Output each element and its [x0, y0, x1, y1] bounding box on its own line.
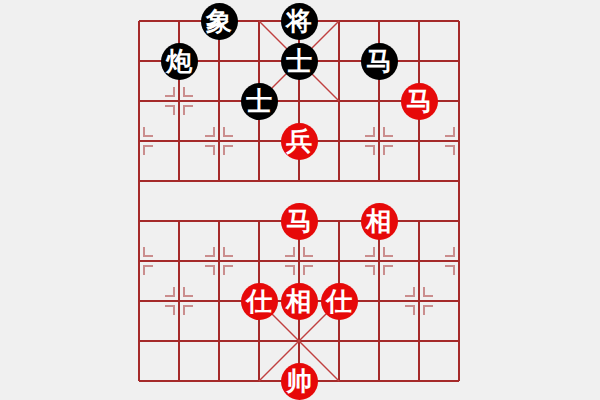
- piece-red-general[interactable]: 帅: [281, 363, 318, 400]
- piece-red-elephant[interactable]: 相: [281, 283, 318, 320]
- piece-red-elephant[interactable]: 相: [361, 203, 398, 240]
- piece-red-horse[interactable]: 马: [281, 203, 318, 240]
- piece-black-advisor[interactable]: 士: [281, 43, 318, 80]
- piece-black-elephant[interactable]: 象: [201, 3, 238, 40]
- piece-black-horse[interactable]: 马: [361, 43, 398, 80]
- piece-black-advisor[interactable]: 士: [241, 83, 278, 120]
- piece-black-general[interactable]: 将: [281, 3, 318, 40]
- piece-red-advisor[interactable]: 仕: [241, 283, 278, 320]
- piece-red-soldier[interactable]: 兵: [281, 123, 318, 160]
- piece-red-horse[interactable]: 马: [401, 83, 438, 120]
- piece-black-cannon[interactable]: 炮: [161, 43, 198, 80]
- piece-red-advisor[interactable]: 仕: [321, 283, 358, 320]
- xiangqi-app: 象将炮士马士马兵马相仕相仕帅: [0, 0, 600, 400]
